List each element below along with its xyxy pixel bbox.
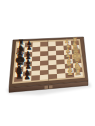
board-square [17, 43, 25, 48]
board-square [23, 76, 32, 81]
board-square [40, 61, 48, 66]
board-square [40, 51, 48, 56]
board-square [16, 52, 24, 57]
board-square [56, 50, 64, 55]
board-square [74, 68, 83, 73]
chess-set-photo: ♜♟♟♜♞♟♟♞♝♟♟♝♛♟♟♛♚♟♟♚♝♟♟♝♞♟♟♞♜♟♟♜ [0, 0, 95, 126]
board-square [65, 59, 74, 64]
board-square [40, 42, 48, 47]
board-square [32, 61, 40, 66]
board-square [56, 55, 64, 60]
board-square [24, 52, 32, 57]
board-square [40, 70, 49, 75]
board-square [32, 66, 40, 71]
board-square [72, 54, 81, 59]
board-square [48, 41, 56, 46]
board-square [31, 70, 40, 75]
board-square [17, 48, 25, 53]
board-square [40, 75, 49, 80]
board-square [57, 73, 66, 78]
board-square [24, 57, 32, 62]
board-square [71, 45, 79, 50]
board-square [64, 54, 72, 59]
board-square [56, 60, 64, 65]
board-square [14, 76, 23, 82]
board-square [40, 65, 48, 70]
board-square [48, 69, 57, 74]
board-square [32, 52, 40, 57]
board-square [57, 64, 66, 69]
board-square [74, 72, 83, 77]
board-square [32, 56, 40, 61]
board-square [31, 75, 40, 80]
board-square [72, 50, 80, 55]
board-square [23, 66, 32, 71]
board-square [48, 46, 56, 51]
chess-board [0, 0, 95, 126]
board-square [48, 51, 56, 56]
board-square [48, 65, 56, 70]
board-square [65, 64, 74, 69]
board-square [15, 62, 24, 67]
board-square [32, 47, 40, 52]
board-square [40, 46, 48, 51]
board-square [14, 72, 23, 77]
board-square [56, 46, 64, 51]
board-square [56, 41, 64, 46]
board-square [25, 42, 33, 47]
board-square [23, 71, 32, 76]
board-square [65, 73, 74, 78]
board-square [16, 57, 24, 62]
board-square [48, 74, 57, 79]
board-square [63, 41, 71, 46]
board-square [73, 59, 82, 64]
board-square [64, 45, 72, 50]
board-square [65, 68, 74, 73]
board-square [40, 56, 48, 61]
board-square [24, 62, 32, 67]
board-square [71, 41, 79, 46]
board-square [57, 69, 66, 74]
board-square [33, 42, 41, 47]
board-square [15, 67, 24, 72]
board-square [25, 47, 33, 52]
board-square [64, 50, 72, 55]
board-square [73, 63, 82, 68]
board-square [48, 60, 56, 65]
board-square [48, 55, 56, 60]
